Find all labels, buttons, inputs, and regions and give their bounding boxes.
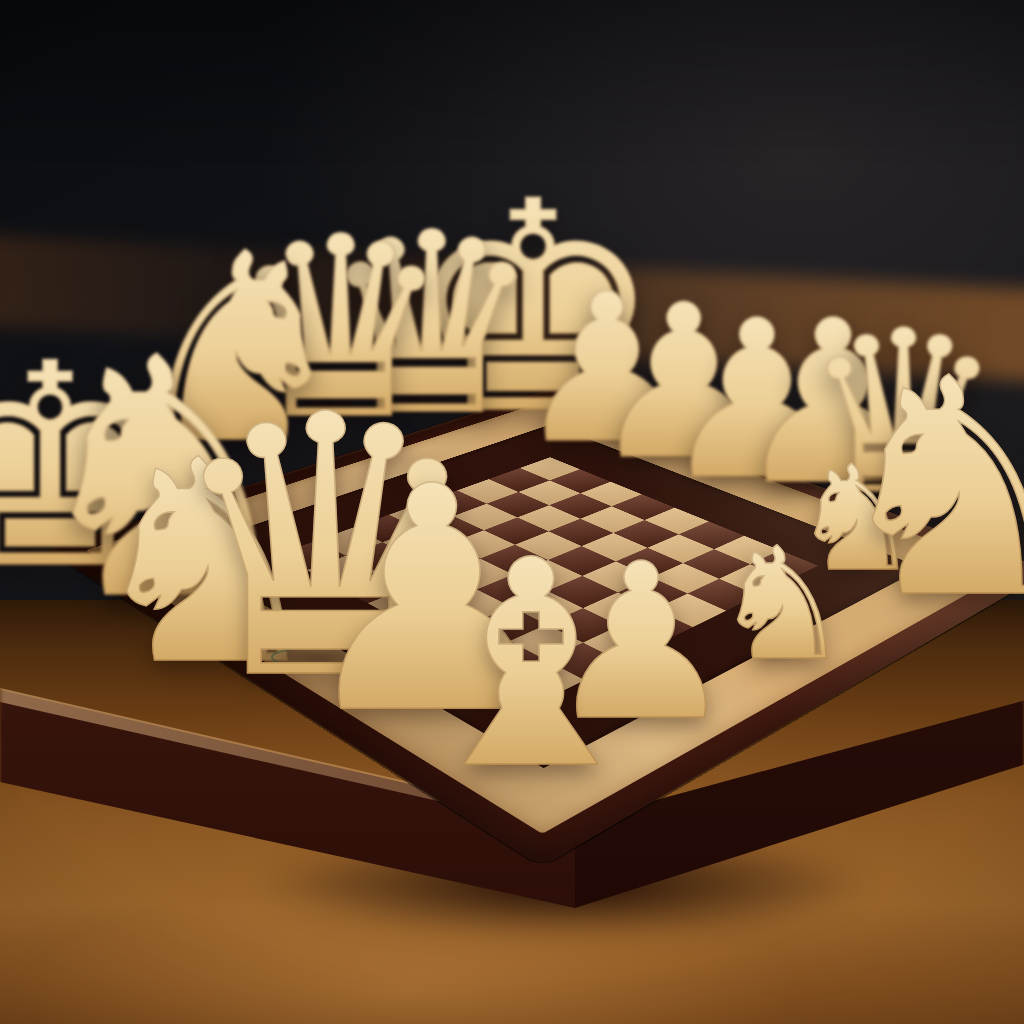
piece-white-knight-h7[interactable]: ♞ xyxy=(824,340,1024,640)
photo-scene: ♚♛♛♞♟♟♟♟♛♞♞♞♚♞♞♛♟♝♟ xyxy=(0,0,1024,1024)
pieces-layer: ♚♛♛♞♟♟♟♟♛♞♞♞♚♞♞♛♟♝♟ xyxy=(0,0,1024,1024)
piece-white-bishop-h1[interactable]: ♝ xyxy=(403,523,659,808)
